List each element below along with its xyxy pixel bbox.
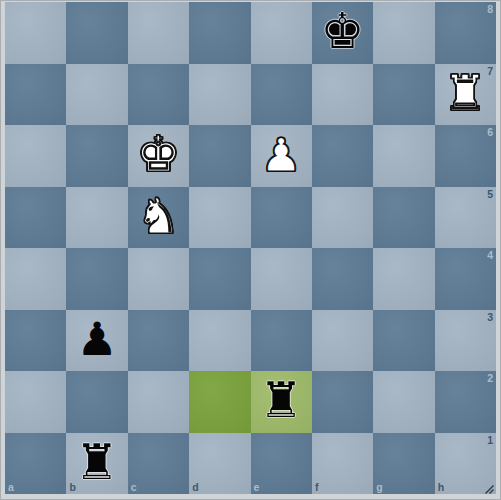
piece-white-king-c6[interactable]: ♚ (136, 130, 180, 179)
square-g4[interactable] (373, 248, 434, 310)
square-f3[interactable] (312, 310, 373, 372)
square-c1[interactable]: c (128, 433, 189, 495)
square-e5[interactable] (251, 187, 312, 249)
square-b5[interactable] (66, 187, 127, 249)
square-b4[interactable] (66, 248, 127, 310)
file-label-c: c (131, 482, 137, 493)
square-g6[interactable] (373, 125, 434, 187)
square-h8[interactable]: 8 (435, 2, 496, 64)
rank-label-8: 8 (487, 4, 493, 15)
image-frame: ♚87♜♚♟6♞54♟3♜2ab♜cdefg1h (0, 0, 501, 500)
square-a8[interactable] (5, 2, 66, 64)
square-f1[interactable]: f (312, 433, 373, 495)
piece-black-rook-b1[interactable]: ♜ (75, 438, 119, 487)
square-g7[interactable] (373, 64, 434, 126)
square-d7[interactable] (189, 64, 250, 126)
square-b3[interactable]: ♟ (66, 310, 127, 372)
square-e6[interactable]: ♟ (251, 125, 312, 187)
file-label-g: g (376, 482, 382, 493)
square-g1[interactable]: g (373, 433, 434, 495)
file-label-e: e (254, 482, 260, 493)
square-d5[interactable] (189, 187, 250, 249)
rank-label-4: 4 (487, 250, 493, 261)
square-d2[interactable] (189, 371, 250, 433)
square-c6[interactable]: ♚ (128, 125, 189, 187)
square-c4[interactable] (128, 248, 189, 310)
square-g3[interactable] (373, 310, 434, 372)
square-f7[interactable] (312, 64, 373, 126)
chess-board: ♚87♜♚♟6♞54♟3♜2ab♜cdefg1h (5, 2, 496, 494)
square-c7[interactable] (128, 64, 189, 126)
square-h2[interactable]: 2 (435, 371, 496, 433)
square-g8[interactable] (373, 2, 434, 64)
rank-label-1: 1 (487, 435, 493, 446)
square-e8[interactable] (251, 2, 312, 64)
square-b2[interactable] (66, 371, 127, 433)
square-e2[interactable]: ♜ (251, 371, 312, 433)
square-d1[interactable]: d (189, 433, 250, 495)
file-label-a: a (8, 482, 14, 493)
square-c2[interactable] (128, 371, 189, 433)
square-h5[interactable]: 5 (435, 187, 496, 249)
piece-black-pawn-b3[interactable]: ♟ (76, 316, 117, 362)
square-g2[interactable] (373, 371, 434, 433)
square-f5[interactable] (312, 187, 373, 249)
square-a2[interactable] (5, 371, 66, 433)
file-label-h: h (438, 482, 444, 493)
square-c8[interactable] (128, 2, 189, 64)
rank-label-6: 6 (487, 127, 493, 138)
square-e3[interactable] (251, 310, 312, 372)
piece-black-king-f8[interactable]: ♚ (321, 7, 365, 56)
square-a6[interactable] (5, 125, 66, 187)
square-e4[interactable] (251, 248, 312, 310)
square-b8[interactable] (66, 2, 127, 64)
square-d4[interactable] (189, 248, 250, 310)
rank-label-5: 5 (487, 189, 493, 200)
square-b1[interactable]: b♜ (66, 433, 127, 495)
resize-handle-icon[interactable] (484, 481, 495, 492)
piece-black-rook-e2[interactable]: ♜ (259, 376, 303, 425)
square-a5[interactable] (5, 187, 66, 249)
rank-label-3: 3 (487, 312, 493, 323)
square-d3[interactable] (189, 310, 250, 372)
square-a4[interactable] (5, 248, 66, 310)
square-d8[interactable] (189, 2, 250, 64)
square-b6[interactable] (66, 125, 127, 187)
square-c3[interactable] (128, 310, 189, 372)
square-h7[interactable]: 7♜ (435, 64, 496, 126)
rank-label-2: 2 (487, 373, 493, 384)
square-h4[interactable]: 4 (435, 248, 496, 310)
square-h3[interactable]: 3 (435, 310, 496, 372)
square-e7[interactable] (251, 64, 312, 126)
piece-white-knight-c5[interactable]: ♞ (136, 192, 180, 241)
square-g5[interactable] (373, 187, 434, 249)
square-f8[interactable]: ♚ (312, 2, 373, 64)
square-a1[interactable]: a (5, 433, 66, 495)
piece-white-pawn-e6[interactable]: ♟ (261, 132, 302, 178)
square-e1[interactable]: e (251, 433, 312, 495)
square-d6[interactable] (189, 125, 250, 187)
piece-white-rook-h7[interactable]: ♜ (443, 69, 487, 118)
square-f6[interactable] (312, 125, 373, 187)
rank-label-7: 7 (487, 66, 493, 77)
square-a7[interactable] (5, 64, 66, 126)
square-h6[interactable]: 6 (435, 125, 496, 187)
square-f4[interactable] (312, 248, 373, 310)
square-b7[interactable] (66, 64, 127, 126)
square-f2[interactable] (312, 371, 373, 433)
file-label-d: d (192, 482, 198, 493)
square-a3[interactable] (5, 310, 66, 372)
file-label-f: f (315, 482, 319, 493)
square-c5[interactable]: ♞ (128, 187, 189, 249)
